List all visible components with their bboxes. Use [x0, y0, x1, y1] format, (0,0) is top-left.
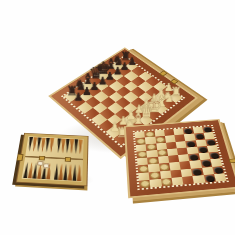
- checker-disc-dark: [213, 167, 223, 173]
- backgammon-point-brown: [60, 139, 65, 154]
- backgammon-point-black: [56, 138, 62, 153]
- brass-clasp-icon: [159, 70, 168, 76]
- backgammon-point-brown: [69, 139, 74, 154]
- checkers-board-scene: [120, 97, 235, 217]
- brass-clasp-icon: [229, 158, 235, 163]
- checkers-square: [139, 180, 151, 189]
- checker-disc-dark: [210, 152, 219, 158]
- backgammon-point-black: [54, 163, 60, 180]
- backgammon-point-brown: [58, 164, 64, 181]
- checker-disc-light: [161, 178, 172, 186]
- backgammon-point-black: [73, 139, 78, 154]
- checker-disc-dark: [206, 139, 215, 145]
- backgammon-point-black: [63, 164, 69, 181]
- backgammon-point-brown: [78, 139, 83, 154]
- backgammon-board-scene: [6, 118, 102, 208]
- checker-disc-light: [140, 180, 150, 188]
- brass-clasp-icon: [17, 154, 24, 161]
- backgammon-point-black: [72, 164, 77, 181]
- checker-disc-dark: [192, 168, 201, 175]
- backgammon-top-half: [27, 137, 83, 156]
- product-photo: ♜♞♝♛♚♝♞♜♟♟♟♟♟♟♟♟♟♟♟♟♟♟♟♟♜♞♝♛♚♝♞♜: [0, 0, 235, 235]
- backgammon-point-brown: [77, 164, 82, 181]
- checker-disc-dark: [198, 147, 207, 153]
- chess-piece-dark-p: ♟: [74, 92, 84, 103]
- checkers-square: [214, 173, 227, 182]
- backgammon-point-black: [65, 139, 70, 154]
- backgammon-point-black: [27, 137, 33, 152]
- checkers-grid: [133, 125, 229, 190]
- checker-disc-dark: [189, 154, 198, 160]
- backgammon-field: [22, 136, 84, 182]
- checker-disc-dark: [201, 160, 210, 166]
- checkers-board: [126, 120, 235, 196]
- backgammon-point-black: [44, 138, 50, 153]
- die: [43, 163, 50, 168]
- backgammon-point-brown: [49, 138, 55, 153]
- backgammon-case: [16, 133, 89, 187]
- bar-gap: [54, 138, 57, 139]
- checker-disc-dark: [205, 175, 215, 182]
- backgammon-point-brown: [67, 164, 73, 181]
- bar-gap: [50, 179, 53, 180]
- backgammon-bottom-half: [23, 160, 82, 182]
